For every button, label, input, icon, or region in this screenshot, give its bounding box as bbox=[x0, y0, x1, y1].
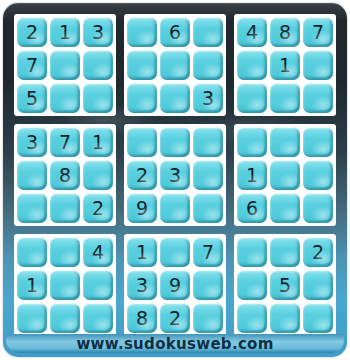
cell-r5c8[interactable] bbox=[270, 160, 300, 190]
cell-r9c6[interactable] bbox=[193, 303, 223, 333]
cell-r1c2[interactable]: 1 bbox=[50, 17, 80, 47]
box-1-3: 4871 bbox=[234, 14, 336, 116]
cell-r8c4[interactable]: 3 bbox=[127, 270, 157, 300]
cell-r6c3[interactable]: 2 bbox=[83, 193, 113, 223]
cell-r3c1[interactable]: 5 bbox=[17, 83, 47, 113]
cell-r5c4[interactable]: 2 bbox=[127, 160, 157, 190]
cell-r6c2[interactable] bbox=[50, 193, 80, 223]
cell-r2c4[interactable] bbox=[127, 50, 157, 80]
cell-r8c3[interactable] bbox=[83, 270, 113, 300]
cell-r4c7[interactable] bbox=[237, 127, 267, 157]
cell-r7c8[interactable] bbox=[270, 237, 300, 267]
cell-r8c9[interactable] bbox=[303, 270, 333, 300]
box-2-3: 16 bbox=[234, 124, 336, 226]
cell-r7c1[interactable] bbox=[17, 237, 47, 267]
cell-r5c3[interactable] bbox=[83, 160, 113, 190]
cell-r6c4[interactable]: 9 bbox=[127, 193, 157, 223]
cell-r7c9[interactable]: 2 bbox=[303, 237, 333, 267]
cell-r5c2[interactable]: 8 bbox=[50, 160, 80, 190]
cell-r1c6[interactable] bbox=[193, 17, 223, 47]
cell-r3c6[interactable]: 3 bbox=[193, 83, 223, 113]
cell-r8c6[interactable] bbox=[193, 270, 223, 300]
cell-r5c6[interactable] bbox=[193, 160, 223, 190]
cell-r7c4[interactable]: 1 bbox=[127, 237, 157, 267]
cell-r8c8[interactable]: 5 bbox=[270, 270, 300, 300]
footer-bar: www.sudokusweb.com bbox=[6, 334, 344, 353]
cell-r6c8[interactable] bbox=[270, 193, 300, 223]
cell-r3c8[interactable] bbox=[270, 83, 300, 113]
cell-r9c4[interactable]: 8 bbox=[127, 303, 157, 333]
cell-r5c5[interactable]: 3 bbox=[160, 160, 190, 190]
cell-r3c7[interactable] bbox=[237, 83, 267, 113]
box-3-2: 173982 bbox=[124, 234, 226, 336]
box-3-3: 25 bbox=[234, 234, 336, 336]
cell-r3c4[interactable] bbox=[127, 83, 157, 113]
cell-r6c7[interactable]: 6 bbox=[237, 193, 267, 223]
cell-r9c7[interactable] bbox=[237, 303, 267, 333]
cell-r4c2[interactable]: 7 bbox=[50, 127, 80, 157]
cell-r7c3[interactable]: 4 bbox=[83, 237, 113, 267]
cell-r4c9[interactable] bbox=[303, 127, 333, 157]
cell-r4c3[interactable]: 1 bbox=[83, 127, 113, 157]
cell-r7c7[interactable] bbox=[237, 237, 267, 267]
cell-r2c2[interactable] bbox=[50, 50, 80, 80]
cell-r6c6[interactable] bbox=[193, 193, 223, 223]
cell-r1c3[interactable]: 3 bbox=[83, 17, 113, 47]
sudoku-board: 2137563487137182239164117398225 bbox=[14, 14, 336, 336]
cell-r4c4[interactable] bbox=[127, 127, 157, 157]
cell-r4c1[interactable]: 3 bbox=[17, 127, 47, 157]
cell-r5c9[interactable] bbox=[303, 160, 333, 190]
cell-r2c9[interactable] bbox=[303, 50, 333, 80]
cell-r7c2[interactable] bbox=[50, 237, 80, 267]
cell-r3c5[interactable] bbox=[160, 83, 190, 113]
cell-r6c9[interactable] bbox=[303, 193, 333, 223]
cell-r9c2[interactable] bbox=[50, 303, 80, 333]
cell-r9c9[interactable] bbox=[303, 303, 333, 333]
cell-r2c3[interactable] bbox=[83, 50, 113, 80]
board-frame: 2137563487137182239164117398225 www.sudo… bbox=[3, 3, 347, 357]
box-1-1: 21375 bbox=[14, 14, 116, 116]
cell-r2c6[interactable] bbox=[193, 50, 223, 80]
cell-r9c5[interactable]: 2 bbox=[160, 303, 190, 333]
cell-r3c2[interactable] bbox=[50, 83, 80, 113]
cell-r2c5[interactable] bbox=[160, 50, 190, 80]
box-3-1: 41 bbox=[14, 234, 116, 336]
sudoku-page: 2137563487137182239164117398225 www.sudo… bbox=[0, 0, 350, 360]
cell-r8c5[interactable]: 9 bbox=[160, 270, 190, 300]
cell-r6c5[interactable] bbox=[160, 193, 190, 223]
cell-r2c8[interactable]: 1 bbox=[270, 50, 300, 80]
cell-r2c7[interactable] bbox=[237, 50, 267, 80]
cell-r8c7[interactable] bbox=[237, 270, 267, 300]
cell-r9c3[interactable] bbox=[83, 303, 113, 333]
cell-r1c1[interactable]: 2 bbox=[17, 17, 47, 47]
cell-r8c1[interactable]: 1 bbox=[17, 270, 47, 300]
cell-r1c8[interactable]: 8 bbox=[270, 17, 300, 47]
cell-r2c1[interactable]: 7 bbox=[17, 50, 47, 80]
cell-r5c1[interactable] bbox=[17, 160, 47, 190]
cell-r1c9[interactable]: 7 bbox=[303, 17, 333, 47]
cell-r5c7[interactable]: 1 bbox=[237, 160, 267, 190]
cell-r7c5[interactable] bbox=[160, 237, 190, 267]
cell-r1c4[interactable] bbox=[127, 17, 157, 47]
cell-r3c9[interactable] bbox=[303, 83, 333, 113]
box-1-2: 63 bbox=[124, 14, 226, 116]
cell-r1c5[interactable]: 6 bbox=[160, 17, 190, 47]
cell-r4c8[interactable] bbox=[270, 127, 300, 157]
box-2-2: 239 bbox=[124, 124, 226, 226]
cell-r1c7[interactable]: 4 bbox=[237, 17, 267, 47]
cell-r7c6[interactable]: 7 bbox=[193, 237, 223, 267]
cell-r3c3[interactable] bbox=[83, 83, 113, 113]
cell-r9c1[interactable] bbox=[17, 303, 47, 333]
cell-r9c8[interactable] bbox=[270, 303, 300, 333]
site-url: www.sudokusweb.com bbox=[76, 335, 273, 353]
box-2-1: 37182 bbox=[14, 124, 116, 226]
cell-r6c1[interactable] bbox=[17, 193, 47, 223]
cell-r8c2[interactable] bbox=[50, 270, 80, 300]
cell-r4c5[interactable] bbox=[160, 127, 190, 157]
cell-r4c6[interactable] bbox=[193, 127, 223, 157]
